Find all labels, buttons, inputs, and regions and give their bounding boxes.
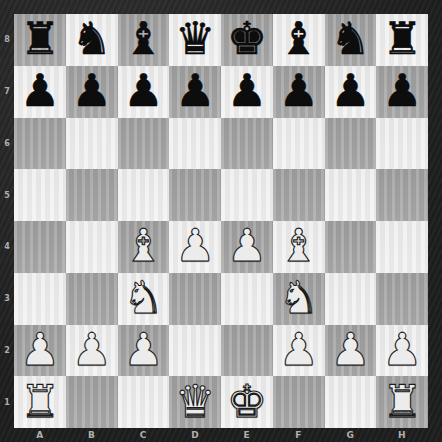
piece-white-king[interactable]: ♚ [227, 379, 267, 424]
square-d4[interactable]: ♟ [169, 221, 221, 273]
piece-white-pawn[interactable]: ♟ [20, 327, 60, 372]
square-f3[interactable]: ♞ [273, 273, 325, 325]
square-f7[interactable]: ♟ [273, 66, 325, 118]
piece-white-pawn[interactable]: ♟ [71, 327, 111, 372]
piece-black-pawn[interactable]: ♟ [278, 68, 318, 113]
piece-black-pawn[interactable]: ♟ [71, 68, 111, 113]
rank-label-7: 7 [0, 66, 14, 118]
square-e4[interactable]: ♟ [221, 221, 273, 273]
square-d8[interactable]: ♛ [169, 14, 221, 66]
piece-white-pawn[interactable]: ♟ [123, 327, 163, 372]
square-e5[interactable] [221, 169, 273, 221]
rank-label-3: 3 [0, 273, 14, 325]
rank-label-6: 6 [0, 118, 14, 170]
square-b3[interactable] [66, 273, 118, 325]
piece-white-pawn[interactable]: ♟ [175, 223, 215, 268]
square-h4[interactable] [376, 221, 428, 273]
piece-black-pawn[interactable]: ♟ [123, 68, 163, 113]
rank-labels: 87654321 [0, 14, 14, 428]
square-f5[interactable] [273, 169, 325, 221]
square-e6[interactable] [221, 118, 273, 170]
square-a3[interactable] [14, 273, 66, 325]
square-c5[interactable] [118, 169, 170, 221]
square-e8[interactable]: ♚ [221, 14, 273, 66]
piece-white-rook[interactable]: ♜ [20, 379, 60, 424]
piece-white-pawn[interactable]: ♟ [278, 327, 318, 372]
square-g3[interactable] [325, 273, 377, 325]
piece-black-knight[interactable]: ♞ [71, 16, 111, 61]
square-e2[interactable] [221, 325, 273, 377]
square-c3[interactable]: ♞ [118, 273, 170, 325]
square-a2[interactable]: ♟ [14, 325, 66, 377]
square-b6[interactable] [66, 118, 118, 170]
square-h7[interactable]: ♟ [376, 66, 428, 118]
file-label-g: G [325, 428, 377, 442]
square-h5[interactable] [376, 169, 428, 221]
piece-white-rook[interactable]: ♜ [382, 379, 422, 424]
piece-white-bishop[interactable]: ♝ [278, 223, 318, 268]
piece-black-pawn[interactable]: ♟ [175, 68, 215, 113]
square-f1[interactable] [273, 376, 325, 428]
piece-white-knight[interactable]: ♞ [123, 275, 163, 320]
square-a7[interactable]: ♟ [14, 66, 66, 118]
square-c7[interactable]: ♟ [118, 66, 170, 118]
square-h2[interactable]: ♟ [376, 325, 428, 377]
piece-black-queen[interactable]: ♛ [175, 16, 215, 61]
square-g4[interactable] [325, 221, 377, 273]
piece-white-pawn[interactable]: ♟ [227, 223, 267, 268]
square-a6[interactable] [14, 118, 66, 170]
file-label-f: F [273, 428, 325, 442]
piece-white-pawn[interactable]: ♟ [382, 327, 422, 372]
square-f8[interactable]: ♝ [273, 14, 325, 66]
square-h8[interactable]: ♜ [376, 14, 428, 66]
square-g8[interactable]: ♞ [325, 14, 377, 66]
square-c6[interactable] [118, 118, 170, 170]
square-b7[interactable]: ♟ [66, 66, 118, 118]
rank-label-4: 4 [0, 221, 14, 273]
square-d5[interactable] [169, 169, 221, 221]
square-a8[interactable]: ♜ [14, 14, 66, 66]
square-c2[interactable]: ♟ [118, 325, 170, 377]
board-frame: ♜♞♝♛♚♝♞♜♟♟♟♟♟♟♟♟♝♟♟♝♞♞♟♟♟♟♟♟♜♛♚♜ 8765432… [0, 0, 442, 442]
file-label-b: B [66, 428, 118, 442]
square-b5[interactable] [66, 169, 118, 221]
piece-white-queen[interactable]: ♛ [175, 379, 215, 424]
piece-black-rook[interactable]: ♜ [20, 16, 60, 61]
square-a5[interactable] [14, 169, 66, 221]
file-label-d: D [169, 428, 221, 442]
square-b8[interactable]: ♞ [66, 14, 118, 66]
piece-black-pawn[interactable]: ♟ [330, 68, 370, 113]
file-label-a: A [14, 428, 66, 442]
square-d2[interactable] [169, 325, 221, 377]
square-a4[interactable] [14, 221, 66, 273]
file-label-e: E [221, 428, 273, 442]
square-d3[interactable] [169, 273, 221, 325]
square-a1[interactable]: ♜ [14, 376, 66, 428]
piece-white-knight[interactable]: ♞ [278, 275, 318, 320]
piece-black-pawn[interactable]: ♟ [382, 68, 422, 113]
square-d6[interactable] [169, 118, 221, 170]
square-b4[interactable] [66, 221, 118, 273]
chess-board: ♜♞♝♛♚♝♞♜♟♟♟♟♟♟♟♟♝♟♟♝♞♞♟♟♟♟♟♟♜♛♚♜ [14, 14, 428, 428]
square-c8[interactable]: ♝ [118, 14, 170, 66]
square-g2[interactable]: ♟ [325, 325, 377, 377]
square-h6[interactable] [376, 118, 428, 170]
square-c4[interactable]: ♝ [118, 221, 170, 273]
square-f4[interactable]: ♝ [273, 221, 325, 273]
square-d7[interactable]: ♟ [169, 66, 221, 118]
rank-label-1: 1 [0, 376, 14, 428]
piece-black-king[interactable]: ♚ [227, 16, 267, 61]
square-c1[interactable] [118, 376, 170, 428]
piece-black-bishop[interactable]: ♝ [123, 16, 163, 61]
file-labels: ABCDEFGH [14, 428, 428, 442]
square-d1[interactable]: ♛ [169, 376, 221, 428]
square-g5[interactable] [325, 169, 377, 221]
piece-black-rook[interactable]: ♜ [382, 16, 422, 61]
piece-white-pawn[interactable]: ♟ [330, 327, 370, 372]
square-h1[interactable]: ♜ [376, 376, 428, 428]
rank-label-2: 2 [0, 325, 14, 377]
square-f2[interactable]: ♟ [273, 325, 325, 377]
rank-label-8: 8 [0, 14, 14, 66]
square-e1[interactable]: ♚ [221, 376, 273, 428]
square-f6[interactable] [273, 118, 325, 170]
rank-label-5: 5 [0, 169, 14, 221]
square-h3[interactable] [376, 273, 428, 325]
square-e7[interactable]: ♟ [221, 66, 273, 118]
piece-black-knight[interactable]: ♞ [330, 16, 370, 61]
file-label-c: C [118, 428, 170, 442]
square-g1[interactable] [325, 376, 377, 428]
file-label-h: H [376, 428, 428, 442]
piece-black-bishop[interactable]: ♝ [278, 16, 318, 61]
square-e3[interactable] [221, 273, 273, 325]
piece-white-bishop[interactable]: ♝ [123, 223, 163, 268]
square-g7[interactable]: ♟ [325, 66, 377, 118]
square-b1[interactable] [66, 376, 118, 428]
square-b2[interactable]: ♟ [66, 325, 118, 377]
piece-black-pawn[interactable]: ♟ [227, 68, 267, 113]
square-g6[interactable] [325, 118, 377, 170]
piece-black-pawn[interactable]: ♟ [20, 68, 60, 113]
